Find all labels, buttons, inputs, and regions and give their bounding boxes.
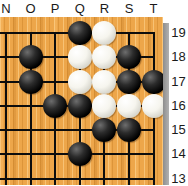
row-label: 14 (169, 146, 188, 162)
go-board[interactable] (0, 17, 163, 185)
column-label: P (43, 1, 67, 17)
white-stone-T16 (142, 94, 166, 118)
grid-line-horizontal (0, 178, 155, 180)
row-label: 17 (169, 74, 188, 90)
white-stone-Q18 (68, 45, 92, 69)
white-stone-R19 (92, 21, 116, 45)
column-label: S (117, 1, 141, 17)
black-stone-Q19 (68, 21, 92, 45)
column-label: T (142, 1, 166, 17)
white-stone-R16 (92, 94, 116, 118)
white-stone-R17 (92, 70, 116, 94)
column-labels: NOPQRST (0, 0, 188, 17)
white-stone-Q17 (68, 70, 92, 94)
row-label: 13 (169, 171, 188, 186)
row-labels: 19181716151413 (163, 17, 188, 185)
white-stone-R18 (92, 45, 116, 69)
column-label: N (0, 1, 18, 17)
black-stone-R15 (92, 118, 116, 142)
black-stone-O17 (19, 70, 43, 94)
black-stone-T17 (142, 70, 166, 94)
row-label: 15 (169, 122, 188, 138)
black-stone-O18 (19, 45, 43, 69)
black-stone-S15 (117, 118, 141, 142)
column-label: O (19, 1, 43, 17)
go-board-screenshot: NOPQRST 19181716151413 (0, 0, 188, 185)
black-stone-Q14 (68, 142, 92, 166)
column-label: Q (68, 1, 92, 17)
black-stone-Q16 (68, 94, 92, 118)
white-stone-S16 (117, 94, 141, 118)
black-stone-S18 (117, 45, 141, 69)
row-label: 19 (169, 25, 188, 41)
row-label: 16 (169, 98, 188, 114)
black-stone-P16 (43, 94, 67, 118)
row-label: 18 (169, 49, 188, 65)
grid-line-vertical (5, 33, 7, 185)
column-label: R (92, 1, 116, 17)
black-stone-S17 (117, 70, 141, 94)
